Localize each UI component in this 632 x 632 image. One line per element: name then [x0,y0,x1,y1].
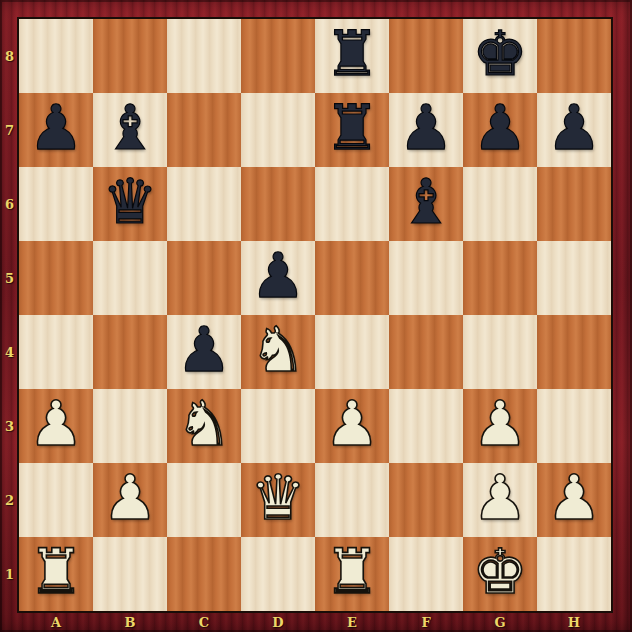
square-b5[interactable] [93,241,167,315]
square-g3[interactable]: ♟ [463,389,537,463]
black-rook-e7[interactable]: ♜ [324,97,380,159]
square-h5[interactable] [537,241,611,315]
square-b8[interactable] [93,19,167,93]
rank-label-4: 4 [0,315,19,389]
square-g1[interactable]: ♚ [463,537,537,611]
square-c4[interactable]: ♟ [167,315,241,389]
square-d2[interactable]: ♛ [241,463,315,537]
square-d5[interactable]: ♟ [241,241,315,315]
file-label-c: C [167,612,241,632]
square-c1[interactable] [167,537,241,611]
black-pawn-d5[interactable]: ♟ [250,245,306,307]
black-bishop-f6[interactable]: ♝ [398,171,454,233]
square-e2[interactable] [315,463,389,537]
black-queen-b6[interactable]: ♛ [102,171,158,233]
black-pawn-c4[interactable]: ♟ [176,319,232,381]
square-d3[interactable] [241,389,315,463]
white-knight-d4[interactable]: ♞ [250,319,306,381]
square-e3[interactable]: ♟ [315,389,389,463]
square-f1[interactable] [389,537,463,611]
square-a3[interactable]: ♟ [19,389,93,463]
square-a6[interactable] [19,167,93,241]
square-e6[interactable] [315,167,389,241]
white-pawn-e3[interactable]: ♟ [324,393,380,455]
square-c8[interactable] [167,19,241,93]
white-queen-d2[interactable]: ♛ [250,467,306,529]
square-d7[interactable] [241,93,315,167]
rank-label-3: 3 [0,389,19,463]
square-h1[interactable] [537,537,611,611]
square-g8[interactable]: ♚ [463,19,537,93]
square-c3[interactable]: ♞ [167,389,241,463]
white-pawn-g3[interactable]: ♟ [472,393,528,455]
square-f5[interactable] [389,241,463,315]
square-c2[interactable] [167,463,241,537]
square-b6[interactable]: ♛ [93,167,167,241]
square-e8[interactable]: ♜ [315,19,389,93]
square-h7[interactable]: ♟ [537,93,611,167]
square-f7[interactable]: ♟ [389,93,463,167]
square-c6[interactable] [167,167,241,241]
square-g5[interactable] [463,241,537,315]
file-label-h: H [537,612,611,632]
square-h4[interactable] [537,315,611,389]
rank-label-2: 2 [0,463,19,537]
square-b7[interactable]: ♝ [93,93,167,167]
square-a4[interactable] [19,315,93,389]
white-king-g1[interactable]: ♚ [472,541,528,603]
rank-label-7: 7 [0,93,19,167]
square-f6[interactable]: ♝ [389,167,463,241]
square-e5[interactable] [315,241,389,315]
square-f3[interactable] [389,389,463,463]
white-pawn-a3[interactable]: ♟ [28,393,84,455]
square-d1[interactable] [241,537,315,611]
square-a5[interactable] [19,241,93,315]
file-label-f: F [389,612,463,632]
chess-board-frame: ♜♚♟♝♜♟♟♟♛♝♟♟♞♟♞♟♟♟♛♟♟♜♜♚ 87654321ABCDEFG… [0,0,632,632]
rank-label-6: 6 [0,167,19,241]
square-g6[interactable] [463,167,537,241]
square-h2[interactable]: ♟ [537,463,611,537]
black-pawn-h7[interactable]: ♟ [546,97,602,159]
white-knight-c3[interactable]: ♞ [176,393,232,455]
square-a2[interactable] [19,463,93,537]
square-d4[interactable]: ♞ [241,315,315,389]
file-label-b: B [93,612,167,632]
file-label-e: E [315,612,389,632]
square-a7[interactable]: ♟ [19,93,93,167]
black-pawn-g7[interactable]: ♟ [472,97,528,159]
white-pawn-b2[interactable]: ♟ [102,467,158,529]
black-king-g8[interactable]: ♚ [472,23,528,85]
square-f4[interactable] [389,315,463,389]
square-f2[interactable] [389,463,463,537]
file-label-d: D [241,612,315,632]
black-pawn-a7[interactable]: ♟ [28,97,84,159]
square-b2[interactable]: ♟ [93,463,167,537]
white-rook-e1[interactable]: ♜ [324,541,380,603]
square-d8[interactable] [241,19,315,93]
square-c7[interactable] [167,93,241,167]
square-d6[interactable] [241,167,315,241]
white-rook-a1[interactable]: ♜ [28,541,84,603]
square-b1[interactable] [93,537,167,611]
square-e4[interactable] [315,315,389,389]
square-a8[interactable] [19,19,93,93]
rank-label-8: 8 [0,19,19,93]
rank-label-1: 1 [0,537,19,611]
square-h8[interactable] [537,19,611,93]
white-pawn-h2[interactable]: ♟ [546,467,602,529]
board: ♜♚♟♝♜♟♟♟♛♝♟♟♞♟♞♟♟♟♛♟♟♜♜♚ [19,19,611,611]
square-b3[interactable] [93,389,167,463]
white-pawn-g2[interactable]: ♟ [472,467,528,529]
black-bishop-b7[interactable]: ♝ [102,97,158,159]
square-e1[interactable]: ♜ [315,537,389,611]
square-f8[interactable] [389,19,463,93]
square-c5[interactable] [167,241,241,315]
square-h3[interactable] [537,389,611,463]
square-e7[interactable]: ♜ [315,93,389,167]
black-pawn-f7[interactable]: ♟ [398,97,454,159]
rank-label-5: 5 [0,241,19,315]
square-h6[interactable] [537,167,611,241]
square-g7[interactable]: ♟ [463,93,537,167]
file-label-g: G [463,612,537,632]
black-rook-e8[interactable]: ♜ [324,23,380,85]
file-label-a: A [19,612,93,632]
square-g4[interactable] [463,315,537,389]
square-a1[interactable]: ♜ [19,537,93,611]
square-b4[interactable] [93,315,167,389]
square-g2[interactable]: ♟ [463,463,537,537]
